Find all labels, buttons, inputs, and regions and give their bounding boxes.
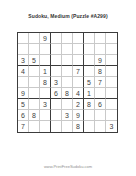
cell-r8c4	[51, 110, 62, 121]
cell-r5c6	[73, 77, 84, 88]
sudoku-board: 93594178835796841532866839783	[17, 32, 118, 133]
cell-r4c8: 8	[95, 66, 106, 77]
cell-r2c5	[62, 44, 73, 55]
cell-r6c7: 1	[84, 88, 95, 99]
cell-r9c3	[40, 121, 51, 132]
cell-r4c9	[106, 66, 117, 77]
cell-r9c1: 7	[18, 121, 29, 132]
cell-r4c5	[62, 66, 73, 77]
cell-r7c6: 2	[73, 99, 84, 110]
cell-r5c8: 7	[95, 77, 106, 88]
cell-r7c3: 3	[40, 99, 51, 110]
cell-r2c4	[51, 44, 62, 55]
cell-r8c8	[95, 110, 106, 121]
cell-r2c9	[106, 44, 117, 55]
cell-r1c6	[73, 33, 84, 44]
cell-r2c7	[84, 44, 95, 55]
cell-r9c9: 3	[106, 121, 117, 132]
cell-r9c6: 8	[73, 121, 84, 132]
cell-r1c7	[84, 33, 95, 44]
cell-r7c8: 6	[95, 99, 106, 110]
cell-r4c3: 1	[40, 66, 51, 77]
sudoku-sheet: Sudoku, Medium (Puzzle #A299) 9359417883…	[0, 0, 136, 176]
cell-r3c8: 9	[95, 55, 106, 66]
cell-r9c4	[51, 121, 62, 132]
cell-r6c8	[95, 88, 106, 99]
cell-r8c9	[106, 110, 117, 121]
cell-r4c2	[29, 66, 40, 77]
cell-r1c4	[51, 33, 62, 44]
cell-r3c2: 5	[29, 55, 40, 66]
cell-r5c7: 5	[84, 77, 95, 88]
cell-r7c1: 5	[18, 99, 29, 110]
cell-r8c6: 9	[73, 110, 84, 121]
cell-r8c1: 6	[18, 110, 29, 121]
cell-r1c1	[18, 33, 29, 44]
cell-r4c7	[84, 66, 95, 77]
cell-r5c1	[18, 77, 29, 88]
cell-r5c4: 3	[51, 77, 62, 88]
cell-r8c5: 3	[62, 110, 73, 121]
cell-r6c9	[106, 88, 117, 99]
cell-r5c9	[106, 77, 117, 88]
cell-r7c5	[62, 99, 73, 110]
cell-r3c5	[62, 55, 73, 66]
cell-r7c9	[106, 99, 117, 110]
cell-r1c3: 9	[40, 33, 51, 44]
cell-r7c4	[51, 99, 62, 110]
cell-r6c6: 4	[73, 88, 84, 99]
cell-r3c3	[40, 55, 51, 66]
footer-url: www.PrintFreeSudoku.com	[0, 164, 136, 169]
cell-r3c7	[84, 55, 95, 66]
cell-r6c1: 9	[18, 88, 29, 99]
cell-r2c2	[29, 44, 40, 55]
cell-r8c7	[84, 110, 95, 121]
cell-r6c4: 6	[51, 88, 62, 99]
cell-r2c8	[95, 44, 106, 55]
cell-r3c6	[73, 55, 84, 66]
cell-r2c6	[73, 44, 84, 55]
cell-r4c6: 7	[73, 66, 84, 77]
cell-r7c2	[29, 99, 40, 110]
cell-r5c5	[62, 77, 73, 88]
cell-r6c2	[29, 88, 40, 99]
cell-r5c3: 8	[40, 77, 51, 88]
cell-r5c2	[29, 77, 40, 88]
cell-r8c3	[40, 110, 51, 121]
puzzle-title: Sudoku, Medium (Puzzle #A299)	[0, 13, 136, 19]
cell-r3c9	[106, 55, 117, 66]
cell-r9c2	[29, 121, 40, 132]
cell-r1c9	[106, 33, 117, 44]
cell-r1c8	[95, 33, 106, 44]
cell-r6c5: 8	[62, 88, 73, 99]
cell-r8c2: 8	[29, 110, 40, 121]
cell-r7c7: 8	[84, 99, 95, 110]
cell-r9c8	[95, 121, 106, 132]
cell-r2c3	[40, 44, 51, 55]
cell-r3c4	[51, 55, 62, 66]
cell-r4c1: 4	[18, 66, 29, 77]
cell-r3c1: 3	[18, 55, 29, 66]
cell-r4c4	[51, 66, 62, 77]
cell-r6c3	[40, 88, 51, 99]
cell-r2c1	[18, 44, 29, 55]
cell-r9c5	[62, 121, 73, 132]
cell-r1c5	[62, 33, 73, 44]
cell-r9c7	[84, 121, 95, 132]
cell-r1c2	[29, 33, 40, 44]
